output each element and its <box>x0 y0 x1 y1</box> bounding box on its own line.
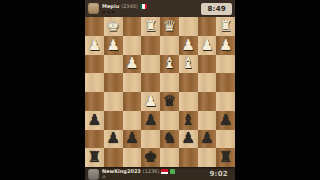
top-player-flag-icon <box>140 4 147 9</box>
top-player-bar: Mepiu (2348) ♟♟♟ 8:49 <box>85 0 235 17</box>
top-player-avatar[interactable] <box>88 3 99 14</box>
square[interactable] <box>104 111 123 130</box>
black-pawn-piece: ♟ <box>141 111 160 130</box>
square[interactable]: ♟ <box>216 36 235 55</box>
square[interactable] <box>104 148 123 167</box>
square[interactable] <box>160 148 179 167</box>
white-king-piece: ♚ <box>104 17 123 36</box>
square[interactable]: ♟ <box>198 36 217 55</box>
square[interactable] <box>216 73 235 92</box>
square[interactable] <box>179 148 198 167</box>
black-pawn-piece: ♟ <box>104 130 123 149</box>
square[interactable] <box>141 130 160 149</box>
square[interactable]: ♞ <box>160 130 179 149</box>
square[interactable]: ♝ <box>160 55 179 74</box>
square[interactable] <box>85 130 104 149</box>
right-letterbox <box>235 0 320 180</box>
white-queen-piece: ♛ <box>160 17 179 36</box>
square[interactable]: ♟ <box>85 36 104 55</box>
square[interactable] <box>141 73 160 92</box>
black-pawn-piece: ♟ <box>123 130 142 149</box>
square[interactable] <box>85 73 104 92</box>
square[interactable] <box>104 73 123 92</box>
square[interactable] <box>179 92 198 111</box>
black-rook-piece: ♜ <box>85 148 104 167</box>
bottom-player-name: NewKing2023 <box>102 169 141 174</box>
square[interactable]: ♟ <box>141 92 160 111</box>
chess-board: ♚♜♛♜♟♟♟♟♟♟♝♝♟♛♟♟♝♟♟♟♞♟♟♜♚♜ <box>85 17 235 167</box>
top-player-captured-pieces: ♟♟♟ <box>102 10 201 14</box>
bottom-player-info: NewKing2023 (1236) ♙ <box>102 169 205 179</box>
black-bishop-piece: ♝ <box>179 111 198 130</box>
square[interactable] <box>123 92 142 111</box>
top-player-rating: (2348) <box>121 4 138 9</box>
square[interactable] <box>85 17 104 36</box>
square[interactable] <box>160 111 179 130</box>
black-pawn-piece: ♟ <box>198 130 217 149</box>
square[interactable]: ♟ <box>123 130 142 149</box>
white-pawn-piece: ♟ <box>85 36 104 55</box>
black-knight-piece: ♞ <box>160 130 179 149</box>
square[interactable] <box>104 55 123 74</box>
white-pawn-piece: ♟ <box>179 36 198 55</box>
square[interactable]: ♟ <box>104 130 123 149</box>
square[interactable] <box>198 111 217 130</box>
square[interactable]: ♟ <box>141 111 160 130</box>
white-rook-piece: ♜ <box>141 17 160 36</box>
black-pawn-piece: ♟ <box>179 130 198 149</box>
square[interactable]: ♜ <box>141 17 160 36</box>
square[interactable] <box>141 36 160 55</box>
square[interactable] <box>179 17 198 36</box>
square[interactable] <box>123 17 142 36</box>
white-pawn-piece: ♟ <box>141 92 160 111</box>
square[interactable] <box>216 55 235 74</box>
square[interactable]: ♟ <box>179 130 198 149</box>
square[interactable]: ♛ <box>160 17 179 36</box>
square[interactable] <box>179 73 198 92</box>
square[interactable]: ♟ <box>216 111 235 130</box>
square[interactable] <box>198 55 217 74</box>
square[interactable] <box>123 36 142 55</box>
square[interactable]: ♟ <box>179 36 198 55</box>
square[interactable] <box>123 73 142 92</box>
bottom-player-rating: (1236) <box>143 169 160 174</box>
square[interactable] <box>160 73 179 92</box>
square[interactable]: ♝ <box>179 55 198 74</box>
square[interactable] <box>85 55 104 74</box>
square[interactable] <box>198 17 217 36</box>
square[interactable] <box>85 92 104 111</box>
white-pawn-piece: ♟ <box>198 36 217 55</box>
bottom-player-captured-pieces: ♙ <box>102 175 205 179</box>
square[interactable]: ♜ <box>85 148 104 167</box>
black-pawn-piece: ♟ <box>85 111 104 130</box>
square[interactable]: ♝ <box>179 111 198 130</box>
square[interactable] <box>198 148 217 167</box>
square[interactable] <box>141 55 160 74</box>
square[interactable]: ♚ <box>141 148 160 167</box>
square[interactable]: ♟ <box>198 130 217 149</box>
bottom-player-clock: 9:02 <box>205 169 232 179</box>
square[interactable] <box>104 92 123 111</box>
square[interactable]: ♜ <box>216 148 235 167</box>
bottom-player-flag-icon <box>161 169 168 174</box>
square[interactable] <box>123 148 142 167</box>
square[interactable]: ♟ <box>104 36 123 55</box>
bottom-player-avatar[interactable] <box>88 169 99 180</box>
square[interactable]: ♟ <box>123 55 142 74</box>
square[interactable] <box>198 73 217 92</box>
bottom-player-badge-icon <box>170 169 175 174</box>
left-letterbox <box>0 0 85 180</box>
white-bishop-piece: ♝ <box>160 55 179 74</box>
square[interactable] <box>160 36 179 55</box>
white-pawn-piece: ♟ <box>123 55 142 74</box>
square[interactable] <box>198 92 217 111</box>
black-king-piece: ♚ <box>141 148 160 167</box>
white-pawn-piece: ♟ <box>216 36 235 55</box>
white-bishop-piece: ♝ <box>179 55 198 74</box>
square[interactable]: ♛ <box>160 92 179 111</box>
square[interactable]: ♚ <box>104 17 123 36</box>
square[interactable]: ♟ <box>85 111 104 130</box>
white-rook-piece: ♜ <box>216 17 235 36</box>
top-player-clock: 8:49 <box>201 3 232 15</box>
square[interactable] <box>216 130 235 149</box>
square[interactable] <box>123 111 142 130</box>
app-screen: Mepiu (2348) ♟♟♟ 8:49 ♚♜♛♜♟♟♟♟♟♟♝♝♟♛♟♟♝♟… <box>0 0 320 180</box>
top-player-info: Mepiu (2348) ♟♟♟ <box>102 4 201 14</box>
white-pawn-piece: ♟ <box>104 36 123 55</box>
bottom-player-bar: NewKing2023 (1236) ♙ 9:02 <box>85 167 235 180</box>
black-pawn-piece: ♟ <box>216 111 235 130</box>
black-rook-piece: ♜ <box>216 148 235 167</box>
chess-app-column: Mepiu (2348) ♟♟♟ 8:49 ♚♜♛♜♟♟♟♟♟♟♝♝♟♛♟♟♝♟… <box>85 0 235 180</box>
black-queen-piece: ♛ <box>160 92 179 111</box>
square[interactable]: ♜ <box>216 17 235 36</box>
top-player-name: Mepiu <box>102 4 119 9</box>
square[interactable] <box>216 92 235 111</box>
